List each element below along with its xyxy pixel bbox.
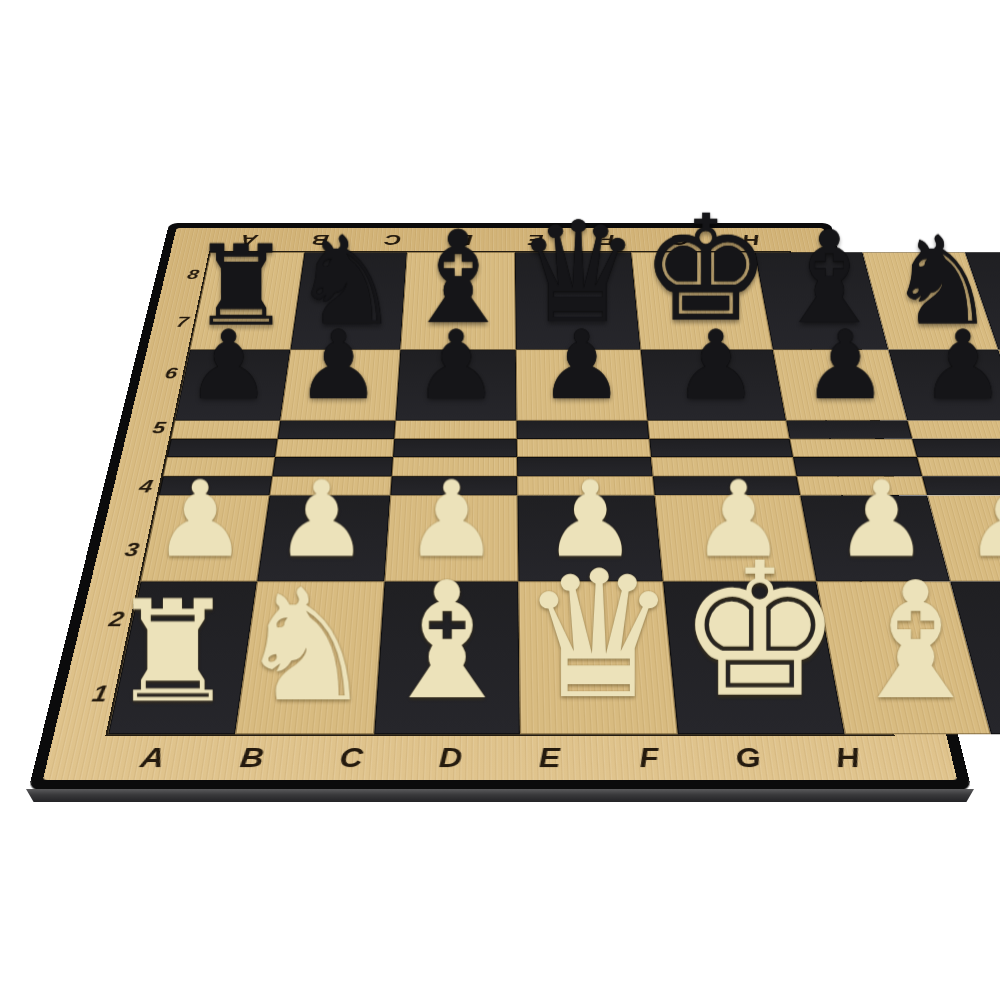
square-g7[interactable]: ♟ [888,350,1000,421]
label-file-top-f: F [571,228,645,251]
square-d1[interactable]: ♛ [518,581,678,734]
square-d6[interactable] [516,420,649,438]
piece-white-pawn[interactable]: ♟ [153,466,247,571]
square-b5[interactable] [275,438,395,457]
square-d7[interactable]: ♟ [515,350,647,421]
piece-black-pawn[interactable]: ♟ [296,317,381,412]
piece-white-knight[interactable]: ♞ [988,568,1000,723]
label-file-bottom-c: C [299,736,402,780]
piece-black-pawn[interactable]: ♟ [413,317,498,412]
label-file-top-a: A [211,228,287,251]
square-b6[interactable] [277,420,395,438]
label-file-top-e: E [500,228,572,251]
board-side-edge [26,789,974,802]
label-file-bottom-f: F [598,736,701,780]
piece-black-pawn[interactable]: ♟ [673,317,758,412]
square-a6[interactable] [171,420,280,438]
piece-white-bishop[interactable]: ♝ [375,561,520,723]
piece-white-queen[interactable]: ♛ [519,547,677,723]
piece-black-pawn[interactable]: ♟ [539,317,624,412]
label-file-bottom-h: H [794,736,902,780]
square-a5[interactable] [167,438,277,457]
chess-board: ABCDEFGH ABCDEFGH 87654321 87654321 ♜♞♝♛… [28,223,972,791]
piece-black-pawn[interactable]: ♟ [186,317,271,412]
square-g5[interactable] [912,438,1000,457]
square-a1[interactable]: ♜ [108,581,257,734]
label-file-bottom-b: B [199,736,304,780]
file-labels-bottom: ABCDEFGH [98,736,902,780]
label-file-top-b: B [283,228,358,251]
piece-white-knight[interactable]: ♞ [236,568,375,723]
piece-white-bishop[interactable]: ♝ [843,561,988,723]
label-file-top-g: G [642,228,717,251]
product-photo-scene: ABCDEFGH ABCDEFGH 87654321 87654321 ♜♞♝♛… [0,0,1000,1000]
square-c6[interactable] [394,420,516,438]
label-file-bottom-g: G [696,736,801,780]
square-b1[interactable]: ♞ [235,581,385,734]
label-file-top-d: D [428,228,500,251]
label-file-bottom-d: D [400,736,500,780]
square-e6[interactable] [648,420,790,438]
square-g6[interactable] [907,420,1000,438]
label-file-top-h: H [713,228,789,251]
piece-black-pawn[interactable]: ♟ [920,317,1000,412]
square-c7[interactable]: ♟ [395,350,516,421]
square-c1[interactable]: ♝ [374,581,520,734]
file-labels-top: ABCDEFGH [211,228,789,251]
square-d5[interactable] [516,438,651,457]
square-b7[interactable]: ♟ [280,350,400,421]
square-e5[interactable] [649,438,792,457]
board-wood-border: ABCDEFGH ABCDEFGH 87654321 87654321 ♜♞♝♛… [43,228,958,780]
piece-white-king[interactable]: ♚ [677,538,843,723]
square-e1[interactable]: ♚ [663,581,844,734]
playing-area: ♜♞♝♛♚♝♞♜♟♟♟♟♟♟♟♟♟♟♟♟♟♟♟♟♜♞♝♛♚♝♞♜ [105,251,894,736]
square-a7[interactable]: ♟ [175,350,290,421]
label-file-top-c: C [355,228,429,251]
label-file-bottom-e: E [500,736,600,780]
piece-white-rook[interactable]: ♜ [110,582,236,723]
label-file-bottom-a: A [98,736,206,780]
square-c5[interactable] [393,438,517,457]
square-e7[interactable]: ♟ [641,350,786,421]
